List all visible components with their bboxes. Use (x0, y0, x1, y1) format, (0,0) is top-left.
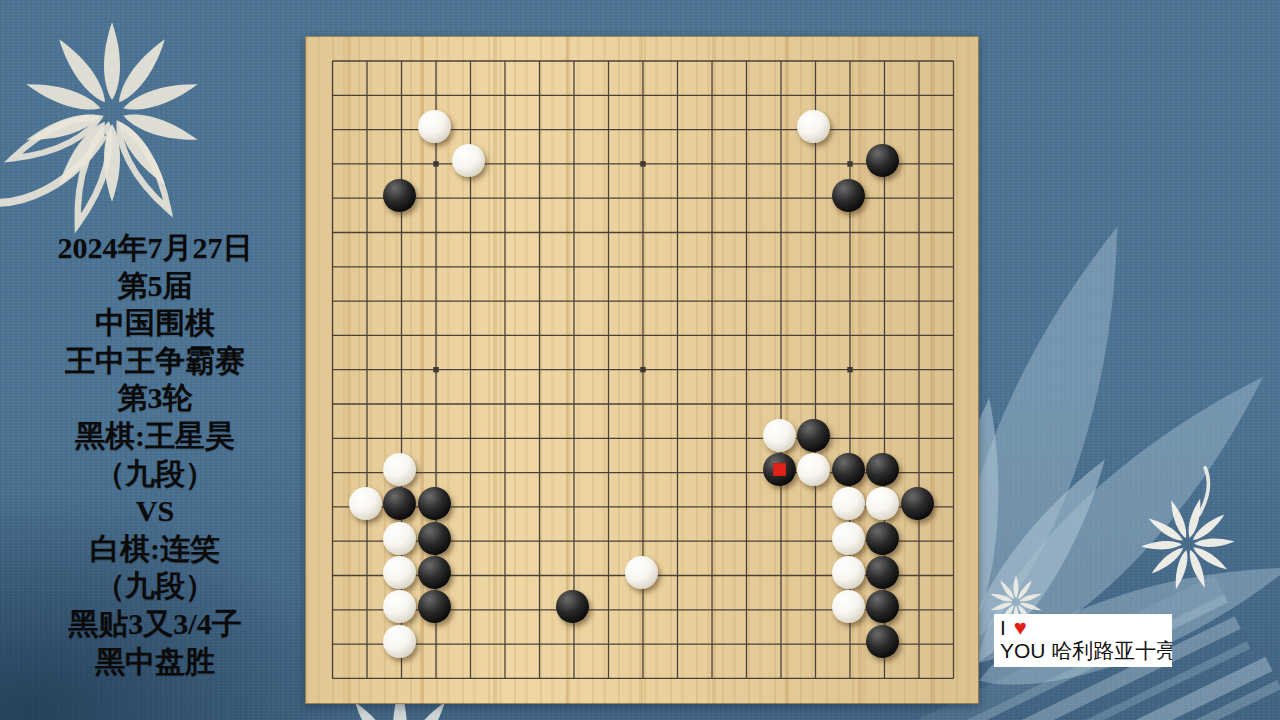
stone-black (418, 556, 451, 589)
info-white-player: 白棋:连笑 (8, 530, 302, 568)
go-board (305, 36, 979, 704)
info-event-1: 中国围棋 (8, 304, 302, 342)
info-result: 黑中盘胜 (8, 643, 302, 681)
info-round: 第3轮 (8, 379, 302, 417)
info-vs: VS (8, 492, 302, 530)
stone-black (866, 522, 899, 555)
stone-white (418, 110, 451, 143)
stone-black (418, 522, 451, 555)
stone-white (797, 453, 830, 486)
stone-black (866, 453, 899, 486)
flower-top-left-icon (0, 22, 200, 227)
info-white-rank: （九段） (8, 567, 302, 605)
stone-white (383, 453, 416, 486)
stone-white (625, 556, 658, 589)
info-black-player: 黑棋:王星昊 (8, 417, 302, 455)
stone-white (349, 487, 382, 520)
stone-black (418, 487, 451, 520)
stage: 2024年7月27日 第5届 中国围棋 王中王争霸赛 第3轮 黑棋:王星昊 （九… (0, 0, 1280, 720)
info-event-2: 王中王争霸赛 (8, 342, 302, 380)
stone-black (832, 453, 865, 486)
info-komi: 黑贴3又3/4子 (8, 605, 302, 643)
watermark-line1: I ♥ (994, 614, 1172, 639)
star-point (640, 161, 645, 166)
star-point (433, 161, 438, 166)
stone-black (866, 625, 899, 658)
stone-black (763, 453, 796, 486)
stone-white (832, 590, 865, 623)
watermark: I ♥ YOU 哈利路亚十亮 (994, 614, 1172, 667)
stone-white (832, 522, 865, 555)
stone-white (763, 419, 796, 452)
stone-white (383, 625, 416, 658)
stone-white (383, 556, 416, 589)
star-point (847, 367, 852, 372)
info-edition: 第5届 (8, 267, 302, 305)
star-point (433, 367, 438, 372)
info-black-rank: （九段） (8, 455, 302, 493)
info-date: 2024年7月27日 (8, 229, 302, 267)
star-point (640, 367, 645, 372)
stone-black (556, 590, 589, 623)
last-move-marker (773, 463, 786, 476)
stone-white (832, 487, 865, 520)
stone-white (383, 522, 416, 555)
stone-black (901, 487, 934, 520)
stone-black (797, 419, 830, 452)
stone-black (832, 179, 865, 212)
heart-icon: ♥ (1014, 615, 1028, 640)
star-point (847, 161, 852, 166)
stone-black (866, 556, 899, 589)
stone-white (797, 110, 830, 143)
watermark-line2: YOU 哈利路亚十亮 (994, 639, 1172, 663)
stone-black (383, 179, 416, 212)
stone-white (832, 556, 865, 589)
stone-black (418, 590, 451, 623)
game-info-panel: 2024年7月27日 第5届 中国围棋 王中王争霸赛 第3轮 黑棋:王星昊 （九… (8, 229, 302, 680)
